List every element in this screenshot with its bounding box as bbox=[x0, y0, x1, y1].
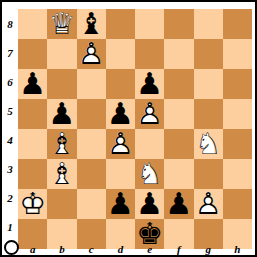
black-pawn-glyph-icon: ♟ bbox=[19, 69, 46, 99]
piece-white-knight[interactable]: ♞♘ bbox=[135, 159, 164, 189]
square-c2[interactable] bbox=[77, 189, 106, 219]
white-king-outline-icon: ♔ bbox=[19, 189, 46, 219]
square-g6[interactable] bbox=[194, 69, 223, 99]
square-h5[interactable] bbox=[223, 99, 252, 129]
square-h2[interactable] bbox=[223, 189, 252, 219]
square-d6[interactable] bbox=[106, 69, 135, 99]
square-b7[interactable] bbox=[47, 39, 76, 69]
file-label-d: d bbox=[106, 242, 135, 255]
square-e5[interactable]: ♟♙ bbox=[135, 99, 164, 129]
file-label-h: h bbox=[223, 242, 252, 255]
square-h7[interactable] bbox=[223, 39, 252, 69]
white-pawn-outline-icon: ♙ bbox=[195, 189, 222, 219]
square-g7[interactable] bbox=[194, 39, 223, 69]
square-d8[interactable] bbox=[106, 9, 135, 39]
square-g5[interactable] bbox=[194, 99, 223, 129]
square-a2[interactable]: ♚♔ bbox=[18, 189, 47, 219]
chess-board: ♛♕♝♟♙♟♟♟♟♟♙♝♗♟♙♞♘♝♗♞♘♚♔♟♟♟♟♙♚ bbox=[18, 9, 252, 242]
square-e2[interactable]: ♟ bbox=[135, 189, 164, 219]
square-c5[interactable] bbox=[77, 99, 106, 129]
square-g4[interactable]: ♞♘ bbox=[194, 129, 223, 159]
black-pawn-glyph-icon: ♟ bbox=[107, 189, 134, 219]
piece-black-pawn[interactable]: ♟ bbox=[18, 69, 47, 99]
white-to-move-indicator-icon bbox=[4, 240, 19, 255]
white-bishop-outline-icon: ♗ bbox=[48, 159, 75, 189]
square-h4[interactable] bbox=[223, 129, 252, 159]
square-d3[interactable] bbox=[106, 159, 135, 189]
file-label-b: b bbox=[47, 242, 76, 255]
square-f8[interactable] bbox=[164, 9, 193, 39]
rank-labels: 87654321 bbox=[2, 9, 18, 242]
square-a5[interactable] bbox=[18, 99, 47, 129]
white-knight-outline-icon: ♘ bbox=[195, 129, 222, 159]
square-e4[interactable] bbox=[135, 129, 164, 159]
white-queen-outline-icon: ♕ bbox=[48, 9, 75, 39]
square-h3[interactable] bbox=[223, 159, 252, 189]
square-h8[interactable] bbox=[223, 9, 252, 39]
square-b4[interactable]: ♝♗ bbox=[47, 129, 76, 159]
square-c8[interactable]: ♝ bbox=[77, 9, 106, 39]
square-a6[interactable]: ♟ bbox=[18, 69, 47, 99]
piece-white-bishop[interactable]: ♝♗ bbox=[47, 159, 76, 189]
square-d4[interactable]: ♟♙ bbox=[106, 129, 135, 159]
square-b5[interactable]: ♟ bbox=[47, 99, 76, 129]
black-pawn-glyph-icon: ♟ bbox=[165, 189, 192, 219]
piece-black-pawn[interactable]: ♟ bbox=[47, 99, 76, 129]
square-d5[interactable]: ♟ bbox=[106, 99, 135, 129]
square-c3[interactable] bbox=[77, 159, 106, 189]
piece-white-queen[interactable]: ♛♕ bbox=[47, 9, 76, 39]
piece-black-pawn[interactable]: ♟ bbox=[135, 189, 164, 219]
square-c4[interactable] bbox=[77, 129, 106, 159]
black-pawn-glyph-icon: ♟ bbox=[48, 99, 75, 129]
square-f3[interactable] bbox=[164, 159, 193, 189]
square-b6[interactable] bbox=[47, 69, 76, 99]
square-e8[interactable] bbox=[135, 9, 164, 39]
piece-black-bishop[interactable]: ♝ bbox=[77, 9, 106, 39]
rank-label-8: 8 bbox=[2, 9, 18, 38]
white-bishop-outline-icon: ♗ bbox=[48, 129, 75, 159]
square-d2[interactable]: ♟ bbox=[106, 189, 135, 219]
piece-black-pawn[interactable]: ♟ bbox=[106, 99, 135, 129]
black-pawn-glyph-icon: ♟ bbox=[136, 189, 163, 219]
rank-label-3: 3 bbox=[2, 155, 18, 184]
white-knight-outline-icon: ♘ bbox=[136, 159, 163, 189]
square-f6[interactable] bbox=[164, 69, 193, 99]
square-c6[interactable] bbox=[77, 69, 106, 99]
piece-black-pawn[interactable]: ♟ bbox=[106, 189, 135, 219]
file-label-c: c bbox=[77, 242, 106, 255]
square-d7[interactable] bbox=[106, 39, 135, 69]
square-b2[interactable] bbox=[47, 189, 76, 219]
square-a3[interactable] bbox=[18, 159, 47, 189]
piece-white-pawn[interactable]: ♟♙ bbox=[106, 129, 135, 159]
square-c7[interactable]: ♟♙ bbox=[77, 39, 106, 69]
file-label-g: g bbox=[194, 242, 223, 255]
square-h6[interactable] bbox=[223, 69, 252, 99]
rank-label-1: 1 bbox=[2, 213, 18, 242]
square-f7[interactable] bbox=[164, 39, 193, 69]
square-e3[interactable]: ♞♘ bbox=[135, 159, 164, 189]
rank-label-2: 2 bbox=[2, 184, 18, 213]
square-g2[interactable]: ♟♙ bbox=[194, 189, 223, 219]
piece-white-knight[interactable]: ♞♘ bbox=[194, 129, 223, 159]
square-b8[interactable]: ♛♕ bbox=[47, 9, 76, 39]
chess-diagram: 87654321 ♛♕♝♟♙♟♟♟♟♟♙♝♗♟♙♞♘♝♗♞♘♚♔♟♟♟♟♙♚ a… bbox=[0, 0, 257, 257]
square-a7[interactable] bbox=[18, 39, 47, 69]
rank-label-6: 6 bbox=[2, 67, 18, 96]
piece-white-pawn[interactable]: ♟♙ bbox=[135, 99, 164, 129]
piece-white-king[interactable]: ♚♔ bbox=[18, 189, 47, 219]
square-e6[interactable]: ♟ bbox=[135, 69, 164, 99]
piece-white-pawn[interactable]: ♟♙ bbox=[77, 39, 106, 69]
rank-label-7: 7 bbox=[2, 38, 18, 67]
file-label-e: e bbox=[135, 242, 164, 255]
square-g8[interactable] bbox=[194, 9, 223, 39]
square-g3[interactable] bbox=[194, 159, 223, 189]
rank-label-5: 5 bbox=[2, 96, 18, 125]
black-pawn-glyph-icon: ♟ bbox=[136, 69, 163, 99]
square-a8[interactable] bbox=[18, 9, 47, 39]
square-f4[interactable] bbox=[164, 129, 193, 159]
white-pawn-outline-icon: ♙ bbox=[78, 39, 105, 69]
white-pawn-outline-icon: ♙ bbox=[107, 129, 134, 159]
black-bishop-glyph-icon: ♝ bbox=[78, 9, 105, 39]
white-pawn-outline-icon: ♙ bbox=[136, 99, 163, 129]
piece-black-pawn[interactable]: ♟ bbox=[135, 69, 164, 99]
square-f2[interactable]: ♟ bbox=[164, 189, 193, 219]
square-f5[interactable] bbox=[164, 99, 193, 129]
square-e7[interactable] bbox=[135, 39, 164, 69]
black-pawn-glyph-icon: ♟ bbox=[107, 99, 134, 129]
square-b3[interactable]: ♝♗ bbox=[47, 159, 76, 189]
piece-white-pawn[interactable]: ♟♙ bbox=[194, 189, 223, 219]
piece-black-pawn[interactable]: ♟ bbox=[164, 189, 193, 219]
file-label-a: a bbox=[18, 242, 47, 255]
file-label-f: f bbox=[164, 242, 193, 255]
file-labels: abcdefgh bbox=[18, 242, 252, 255]
piece-white-bishop[interactable]: ♝♗ bbox=[47, 129, 76, 159]
rank-label-4: 4 bbox=[2, 126, 18, 155]
square-a4[interactable] bbox=[18, 129, 47, 159]
